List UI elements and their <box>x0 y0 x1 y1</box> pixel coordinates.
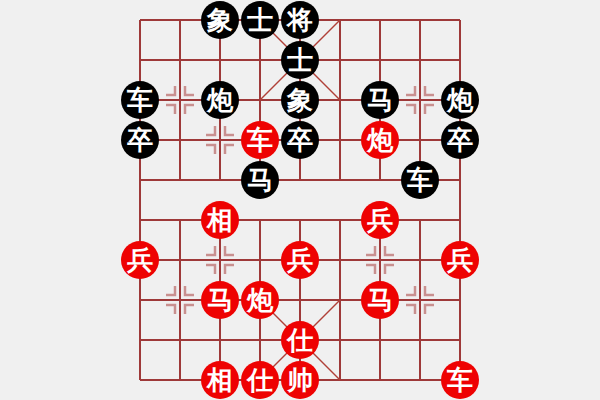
board-point: 马 <box>200 280 240 320</box>
piece-black-soldier[interactable]: 卒 <box>441 121 479 159</box>
piece-black-horse[interactable]: 马 <box>241 161 279 199</box>
board-point: 兵 <box>440 240 480 280</box>
piece-red-elephant[interactable]: 相 <box>201 201 239 239</box>
board-point: 马 <box>240 160 280 200</box>
piece-layer: 象士将士车炮象马炮卒车卒炮卒马车相兵兵兵兵马炮马仕相仕帅车 <box>120 0 480 400</box>
board-point: 相 <box>200 360 240 400</box>
board-point: 马 <box>360 80 400 120</box>
piece-red-advisor[interactable]: 仕 <box>281 321 319 359</box>
board-point: 车 <box>400 160 440 200</box>
piece-red-soldier[interactable]: 兵 <box>361 201 399 239</box>
piece-red-horse[interactable]: 马 <box>361 281 399 319</box>
board-point: 炮 <box>440 80 480 120</box>
board-point: 炮 <box>200 80 240 120</box>
piece-red-horse[interactable]: 马 <box>201 281 239 319</box>
piece-black-general[interactable]: 将 <box>281 1 319 39</box>
board-point: 兵 <box>120 240 160 280</box>
board-point: 车 <box>120 80 160 120</box>
board-point: 象 <box>200 0 240 40</box>
board-point: 将 <box>280 0 320 40</box>
piece-red-elephant[interactable]: 相 <box>201 361 239 399</box>
board-point: 车 <box>240 120 280 160</box>
board-point: 卒 <box>120 120 160 160</box>
board-point: 仕 <box>240 360 280 400</box>
piece-black-soldier[interactable]: 卒 <box>281 121 319 159</box>
piece-black-advisor[interactable]: 士 <box>241 1 279 39</box>
piece-red-chariot[interactable]: 车 <box>241 121 279 159</box>
board-point: 炮 <box>240 280 280 320</box>
piece-red-soldier[interactable]: 兵 <box>441 241 479 279</box>
board-point: 兵 <box>360 200 400 240</box>
piece-red-soldier[interactable]: 兵 <box>121 241 159 279</box>
xiangqi-board: 象士将士车炮象马炮卒车卒炮卒马车相兵兵兵兵马炮马仕相仕帅车 <box>0 0 600 400</box>
board-point: 炮 <box>360 120 400 160</box>
board-point: 士 <box>240 0 280 40</box>
piece-red-cannon[interactable]: 炮 <box>241 281 279 319</box>
board-point: 兵 <box>280 240 320 280</box>
board-point: 车 <box>440 360 480 400</box>
piece-red-cannon[interactable]: 炮 <box>361 121 399 159</box>
board-point: 马 <box>360 280 400 320</box>
piece-red-general[interactable]: 帅 <box>281 361 319 399</box>
board-point: 士 <box>280 40 320 80</box>
piece-black-cannon[interactable]: 炮 <box>441 81 479 119</box>
piece-black-advisor[interactable]: 士 <box>281 41 319 79</box>
piece-black-elephant[interactable]: 象 <box>281 81 319 119</box>
board-point: 卒 <box>280 120 320 160</box>
board-point: 相 <box>200 200 240 240</box>
board-point: 帅 <box>280 360 320 400</box>
board-point: 卒 <box>440 120 480 160</box>
piece-black-chariot[interactable]: 车 <box>121 81 159 119</box>
piece-red-chariot[interactable]: 车 <box>441 361 479 399</box>
board-point: 象 <box>280 80 320 120</box>
piece-black-soldier[interactable]: 卒 <box>121 121 159 159</box>
piece-black-elephant[interactable]: 象 <box>201 1 239 39</box>
board-point: 仕 <box>280 320 320 360</box>
piece-black-horse[interactable]: 马 <box>361 81 399 119</box>
piece-black-cannon[interactable]: 炮 <box>201 81 239 119</box>
piece-black-chariot[interactable]: 车 <box>401 161 439 199</box>
piece-red-advisor[interactable]: 仕 <box>241 361 279 399</box>
piece-red-soldier[interactable]: 兵 <box>281 241 319 279</box>
app-background: { "game": "xiangqi", "position": { "fen"… <box>0 0 600 400</box>
